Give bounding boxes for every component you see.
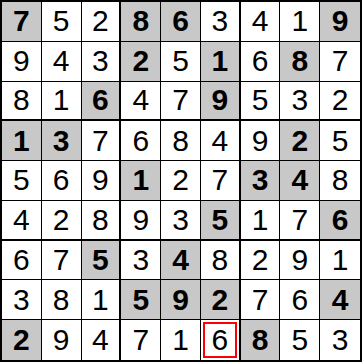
cell-r7c2[interactable]: 7: [42, 241, 82, 281]
cell-r9c7[interactable]: 8: [241, 320, 281, 360]
cell-r8c1[interactable]: 3: [2, 280, 42, 320]
cell-r4c3[interactable]: 7: [82, 121, 122, 161]
cell-r2c1[interactable]: 9: [2, 42, 42, 82]
cell-r3c4[interactable]: 4: [121, 82, 161, 122]
cell-r3c9[interactable]: 2: [320, 82, 360, 122]
cell-r1c5[interactable]: 6: [161, 2, 201, 42]
cell-r5c2[interactable]: 6: [42, 161, 82, 201]
cell-r4c1[interactable]: 1: [2, 121, 42, 161]
cell-r8c9[interactable]: 4: [320, 280, 360, 320]
cell-r7c5[interactable]: 4: [161, 241, 201, 281]
cell-r4c2[interactable]: 3: [42, 121, 82, 161]
cell-r4c8[interactable]: 2: [280, 121, 320, 161]
cell-r3c8[interactable]: 3: [280, 82, 320, 122]
cell-r1c2[interactable]: 5: [42, 2, 82, 42]
cell-r6c4[interactable]: 9: [121, 201, 161, 241]
cell-r5c5[interactable]: 2: [161, 161, 201, 201]
cell-r8c5[interactable]: 9: [161, 280, 201, 320]
cell-r4c7[interactable]: 9: [241, 121, 281, 161]
cell-r9c8[interactable]: 5: [280, 320, 320, 360]
cell-r2c8[interactable]: 8: [280, 42, 320, 82]
cell-r7c3[interactable]: 5: [82, 241, 122, 281]
cell-r1c6[interactable]: 3: [201, 2, 241, 42]
cell-r6c5[interactable]: 3: [161, 201, 201, 241]
cell-r2c4[interactable]: 2: [121, 42, 161, 82]
cell-r7c8[interactable]: 9: [280, 241, 320, 281]
cell-r9c6[interactable]: 6: [201, 320, 241, 360]
cell-r6c8[interactable]: 7: [280, 201, 320, 241]
cell-r5c4[interactable]: 1: [121, 161, 161, 201]
cell-r5c8[interactable]: 4: [280, 161, 320, 201]
cell-r4c9[interactable]: 5: [320, 121, 360, 161]
cell-r8c7[interactable]: 7: [241, 280, 281, 320]
cell-r7c1[interactable]: 6: [2, 241, 42, 281]
cell-r7c6[interactable]: 8: [201, 241, 241, 281]
cell-r3c2[interactable]: 1: [42, 82, 82, 122]
cell-r6c2[interactable]: 2: [42, 201, 82, 241]
cell-r5c1[interactable]: 5: [2, 161, 42, 201]
cell-r1c9[interactable]: 9: [320, 2, 360, 42]
cell-r9c2[interactable]: 9: [42, 320, 82, 360]
cell-r1c3[interactable]: 2: [82, 2, 122, 42]
cell-r7c7[interactable]: 2: [241, 241, 281, 281]
cell-r8c8[interactable]: 6: [280, 280, 320, 320]
cell-r3c5[interactable]: 7: [161, 82, 201, 122]
cell-r1c8[interactable]: 1: [280, 2, 320, 42]
cell-r4c5[interactable]: 8: [161, 121, 201, 161]
cell-r6c1[interactable]: 4: [2, 201, 42, 241]
cell-r5c9[interactable]: 8: [320, 161, 360, 201]
cell-r2c7[interactable]: 6: [241, 42, 281, 82]
cell-r9c4[interactable]: 7: [121, 320, 161, 360]
cell-r3c1[interactable]: 8: [2, 82, 42, 122]
cell-r2c2[interactable]: 4: [42, 42, 82, 82]
cell-r7c4[interactable]: 3: [121, 241, 161, 281]
cell-r6c3[interactable]: 8: [82, 201, 122, 241]
sudoku-board: 7528634199432516878164795321376849255691…: [0, 0, 362, 362]
cell-r1c1[interactable]: 7: [2, 2, 42, 42]
cell-r2c6[interactable]: 1: [201, 42, 241, 82]
cell-r2c9[interactable]: 7: [320, 42, 360, 82]
cell-r7c9[interactable]: 1: [320, 241, 360, 281]
cell-r2c3[interactable]: 3: [82, 42, 122, 82]
cell-r4c4[interactable]: 6: [121, 121, 161, 161]
cell-r9c9[interactable]: 3: [320, 320, 360, 360]
cell-r3c6[interactable]: 9: [201, 82, 241, 122]
cell-r9c1[interactable]: 2: [2, 320, 42, 360]
cell-r4c6[interactable]: 4: [201, 121, 241, 161]
cell-r8c6[interactable]: 2: [201, 280, 241, 320]
cell-r5c7[interactable]: 3: [241, 161, 281, 201]
cell-r6c9[interactable]: 6: [320, 201, 360, 241]
cell-r3c7[interactable]: 5: [241, 82, 281, 122]
cell-r8c2[interactable]: 8: [42, 280, 82, 320]
cell-r2c5[interactable]: 5: [161, 42, 201, 82]
cell-r6c6[interactable]: 5: [201, 201, 241, 241]
cell-r5c3[interactable]: 9: [82, 161, 122, 201]
cell-r1c7[interactable]: 4: [241, 2, 281, 42]
cell-r9c3[interactable]: 4: [82, 320, 122, 360]
cell-r8c3[interactable]: 1: [82, 280, 122, 320]
cell-r8c4[interactable]: 5: [121, 280, 161, 320]
cell-r1c4[interactable]: 8: [121, 2, 161, 42]
cell-r5c6[interactable]: 7: [201, 161, 241, 201]
cell-r3c3[interactable]: 6: [82, 82, 122, 122]
cell-r6c7[interactable]: 1: [241, 201, 281, 241]
cell-r9c5[interactable]: 1: [161, 320, 201, 360]
